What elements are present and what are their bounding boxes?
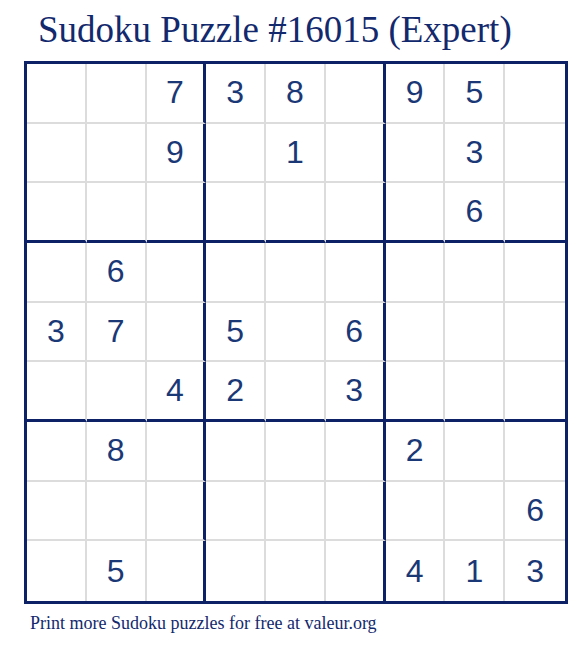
given-digit: 5	[107, 553, 125, 590]
cell-r5c8[interactable]	[445, 303, 505, 363]
cell-r7c4[interactable]	[206, 422, 266, 482]
cell-r2c6[interactable]	[326, 124, 386, 184]
cell-r1c4[interactable]: 3	[206, 64, 266, 124]
cell-r7c8[interactable]	[445, 422, 505, 482]
given-digit: 5	[226, 313, 244, 350]
given-digit: 7	[166, 74, 184, 111]
cell-r7c3[interactable]	[147, 422, 207, 482]
cell-r4c3[interactable]	[147, 243, 207, 303]
cell-r4c1[interactable]	[27, 243, 87, 303]
cell-r1c9[interactable]	[505, 64, 565, 124]
cell-r7c7[interactable]: 2	[386, 422, 446, 482]
cell-r2c1[interactable]	[27, 124, 87, 184]
cell-r9c7[interactable]: 4	[386, 541, 446, 601]
cell-r5c9[interactable]	[505, 303, 565, 363]
cell-r4c9[interactable]	[505, 243, 565, 303]
given-digit: 3	[226, 74, 244, 111]
cell-r3c6[interactable]	[326, 183, 386, 243]
given-digit: 2	[406, 432, 424, 469]
cell-r6c6[interactable]: 3	[326, 362, 386, 422]
cell-r4c6[interactable]	[326, 243, 386, 303]
cell-r6c5[interactable]	[266, 362, 326, 422]
cell-r5c6[interactable]: 6	[326, 303, 386, 363]
given-digit: 6	[107, 253, 125, 290]
cell-r9c4[interactable]	[206, 541, 266, 601]
cell-r9c1[interactable]	[27, 541, 87, 601]
cell-r2c9[interactable]	[505, 124, 565, 184]
cell-r4c4[interactable]	[206, 243, 266, 303]
cell-r7c2[interactable]: 8	[87, 422, 147, 482]
cell-r9c6[interactable]	[326, 541, 386, 601]
given-digit: 4	[166, 372, 184, 409]
cell-r3c5[interactable]	[266, 183, 326, 243]
given-digit: 3	[345, 372, 363, 409]
given-digit: 7	[107, 313, 125, 350]
given-digit: 9	[166, 134, 184, 171]
cell-r9c8[interactable]: 1	[445, 541, 505, 601]
cell-r6c4[interactable]: 2	[206, 362, 266, 422]
page-title: Sudoku Puzzle #16015 (Expert)	[38, 8, 512, 51]
given-digit: 6	[345, 313, 363, 350]
cell-r5c4[interactable]: 5	[206, 303, 266, 363]
cell-r6c1[interactable]	[27, 362, 87, 422]
cell-r8c7[interactable]	[386, 482, 446, 542]
cell-r7c5[interactable]	[266, 422, 326, 482]
given-digit: 9	[406, 74, 424, 111]
cell-r6c9[interactable]	[505, 362, 565, 422]
cell-r2c7[interactable]	[386, 124, 446, 184]
cell-r3c9[interactable]	[505, 183, 565, 243]
cell-r4c2[interactable]: 6	[87, 243, 147, 303]
cell-r2c3[interactable]: 9	[147, 124, 207, 184]
given-digit: 1	[286, 134, 304, 171]
given-digit: 3	[465, 134, 483, 171]
cell-r4c7[interactable]	[386, 243, 446, 303]
given-digit: 6	[465, 193, 483, 230]
cell-r2c2[interactable]	[87, 124, 147, 184]
cell-r3c3[interactable]	[147, 183, 207, 243]
cell-r3c1[interactable]	[27, 183, 87, 243]
cell-r1c7[interactable]: 9	[386, 64, 446, 124]
cell-r1c1[interactable]	[27, 64, 87, 124]
cell-r9c2[interactable]: 5	[87, 541, 147, 601]
given-digit: 6	[526, 492, 544, 529]
cell-r6c3[interactable]: 4	[147, 362, 207, 422]
cell-r7c6[interactable]	[326, 422, 386, 482]
cell-r4c5[interactable]	[266, 243, 326, 303]
cell-r2c4[interactable]	[206, 124, 266, 184]
cell-r6c2[interactable]	[87, 362, 147, 422]
cell-r8c6[interactable]	[326, 482, 386, 542]
cell-r1c5[interactable]: 8	[266, 64, 326, 124]
given-digit: 3	[47, 313, 65, 350]
cell-r3c7[interactable]	[386, 183, 446, 243]
cell-r9c3[interactable]	[147, 541, 207, 601]
cell-r2c8[interactable]: 3	[445, 124, 505, 184]
cell-r3c4[interactable]	[206, 183, 266, 243]
cell-r3c2[interactable]	[87, 183, 147, 243]
given-digit: 5	[465, 74, 483, 111]
cell-r8c9[interactable]: 6	[505, 482, 565, 542]
cell-r5c7[interactable]	[386, 303, 446, 363]
cell-r8c2[interactable]	[87, 482, 147, 542]
cell-r7c1[interactable]	[27, 422, 87, 482]
given-digit: 4	[406, 553, 424, 590]
sudoku-board: 738959136637564238265413	[24, 61, 568, 604]
cell-r8c5[interactable]	[266, 482, 326, 542]
cell-r8c1[interactable]	[27, 482, 87, 542]
cell-r8c3[interactable]	[147, 482, 207, 542]
cell-r5c2[interactable]: 7	[87, 303, 147, 363]
given-digit: 3	[526, 553, 544, 590]
given-digit: 1	[465, 553, 483, 590]
cell-r5c5[interactable]	[266, 303, 326, 363]
given-digit: 8	[107, 432, 125, 469]
cell-r6c8[interactable]	[445, 362, 505, 422]
given-digit: 2	[226, 372, 244, 409]
cell-r6c7[interactable]	[386, 362, 446, 422]
cell-r2c5[interactable]: 1	[266, 124, 326, 184]
cell-r5c3[interactable]	[147, 303, 207, 363]
cell-r1c8[interactable]: 5	[445, 64, 505, 124]
cell-r9c5[interactable]	[266, 541, 326, 601]
cell-r8c8[interactable]	[445, 482, 505, 542]
cell-r3c8[interactable]: 6	[445, 183, 505, 243]
cell-r9c9[interactable]: 3	[505, 541, 565, 601]
cell-r1c6[interactable]	[326, 64, 386, 124]
cell-r5c1[interactable]: 3	[27, 303, 87, 363]
cell-r1c2[interactable]	[87, 64, 147, 124]
cell-r8c4[interactable]	[206, 482, 266, 542]
given-digit: 8	[286, 74, 304, 111]
footer-text: Print more Sudoku puzzles for free at va…	[30, 613, 377, 634]
cell-r7c9[interactable]	[505, 422, 565, 482]
cell-r4c8[interactable]	[445, 243, 505, 303]
cell-r1c3[interactable]: 7	[147, 64, 207, 124]
